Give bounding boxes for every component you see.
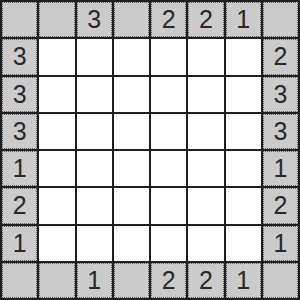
grid-cell-r3c3[interactable] [114, 114, 149, 149]
grid-cell-r1c3[interactable] [114, 39, 149, 74]
grid-cell-r1c4[interactable] [151, 39, 186, 74]
grid-cell-r2c6[interactable] [226, 77, 261, 112]
clue-left-4: 1 [2, 151, 37, 186]
clue-top-3 [114, 2, 149, 37]
grid-cell-r2c3[interactable] [114, 77, 149, 112]
clue-right-4: 1 [263, 151, 298, 186]
clue-left-1: 3 [2, 39, 37, 74]
grid-cell-r1c5[interactable] [188, 39, 223, 74]
grid-cell-r5c6[interactable] [226, 188, 261, 223]
clue-top-1 [39, 2, 74, 37]
grid-cell-r4c4[interactable] [151, 151, 186, 186]
corner-top-left [2, 2, 37, 37]
clue-right-3: 3 [263, 114, 298, 149]
grid-cell-r4c2[interactable] [77, 151, 112, 186]
clue-left-3: 3 [2, 114, 37, 149]
clue-left-5: 2 [2, 188, 37, 223]
grid-cell-r5c3[interactable] [114, 188, 149, 223]
clue-right-6: 1 [263, 226, 298, 261]
grid-cell-r5c1[interactable] [39, 188, 74, 223]
corner-bottom-left [2, 263, 37, 298]
clue-right-1: 2 [263, 39, 298, 74]
clue-top-4: 2 [151, 2, 186, 37]
grid-cell-r2c1[interactable] [39, 77, 74, 112]
clue-bottom-4: 2 [151, 263, 186, 298]
grid-cell-r3c4[interactable] [151, 114, 186, 149]
clue-bottom-2: 1 [77, 263, 112, 298]
corner-top-right [263, 2, 298, 37]
grid-cell-r5c2[interactable] [77, 188, 112, 223]
grid-cell-r3c6[interactable] [226, 114, 261, 149]
grid-cell-r1c2[interactable] [77, 39, 112, 74]
grid-cell-r6c2[interactable] [77, 226, 112, 261]
clue-right-5: 2 [263, 188, 298, 223]
grid-cell-r6c5[interactable] [188, 226, 223, 261]
grid-cell-r4c1[interactable] [39, 151, 74, 186]
grid-cell-r4c5[interactable] [188, 151, 223, 186]
grid-cell-r1c1[interactable] [39, 39, 74, 74]
grid-cell-r3c5[interactable] [188, 114, 223, 149]
grid-cell-r3c1[interactable] [39, 114, 74, 149]
grid-cell-r6c4[interactable] [151, 226, 186, 261]
grid-cell-r4c6[interactable] [226, 151, 261, 186]
grid-cell-r2c2[interactable] [77, 77, 112, 112]
clue-bottom-1 [39, 263, 74, 298]
clue-top-2: 3 [77, 2, 112, 37]
clue-right-2: 3 [263, 77, 298, 112]
grid-cell-r2c4[interactable] [151, 77, 186, 112]
grid-cell-r4c3[interactable] [114, 151, 149, 186]
clue-left-2: 3 [2, 77, 37, 112]
clue-bottom-6: 1 [226, 263, 261, 298]
clue-top-6: 1 [226, 2, 261, 37]
grid-cell-r3c2[interactable] [77, 114, 112, 149]
grid-cell-r6c6[interactable] [226, 226, 261, 261]
grid-cell-r2c5[interactable] [188, 77, 223, 112]
grid-cell-r1c6[interactable] [226, 39, 261, 74]
grid-cell-r5c5[interactable] [188, 188, 223, 223]
clue-bottom-3 [114, 263, 149, 298]
clue-left-6: 1 [2, 226, 37, 261]
clue-bottom-5: 2 [188, 263, 223, 298]
puzzle-board: 3 2 2 1 3 2 3 3 3 3 1 1 2 2 1 1 [0, 0, 300, 300]
grid-cell-r6c1[interactable] [39, 226, 74, 261]
corner-bottom-right [263, 263, 298, 298]
grid-cell-r6c3[interactable] [114, 226, 149, 261]
grid-cell-r5c4[interactable] [151, 188, 186, 223]
clue-top-5: 2 [188, 2, 223, 37]
